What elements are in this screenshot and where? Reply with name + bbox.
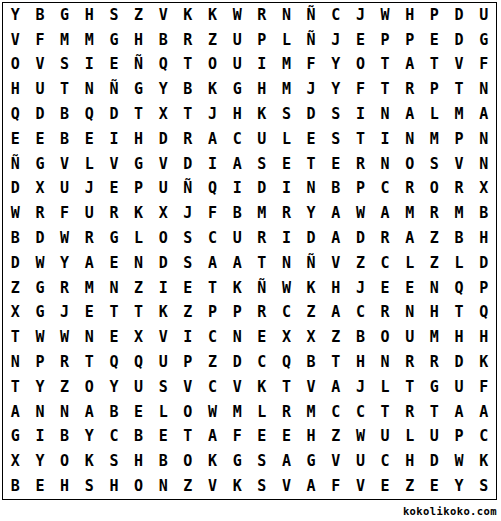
grid-cell[interactable]: H <box>299 425 324 450</box>
grid-cell[interactable]: Z <box>348 251 373 276</box>
grid-cell[interactable]: P <box>126 177 151 202</box>
grid-cell[interactable]: N <box>3 350 28 375</box>
grid-cell[interactable]: U <box>373 425 398 450</box>
grid-cell[interactable]: I <box>249 53 274 78</box>
grid-cell[interactable]: A <box>397 53 422 78</box>
grid-cell[interactable]: E <box>176 276 201 301</box>
grid-cell[interactable]: G <box>102 226 127 251</box>
grid-cell[interactable]: D <box>447 350 472 375</box>
grid-cell[interactable]: U <box>151 350 176 375</box>
grid-cell[interactable]: C <box>373 177 398 202</box>
grid-cell[interactable]: S <box>249 152 274 177</box>
grid-cell[interactable]: D <box>299 226 324 251</box>
grid-cell[interactable]: T <box>348 127 373 152</box>
grid-cell[interactable]: H <box>225 102 250 127</box>
grid-cell[interactable]: K <box>200 77 225 102</box>
grid-cell[interactable]: M <box>397 201 422 226</box>
grid-cell[interactable]: D <box>176 152 201 177</box>
grid-cell[interactable]: H <box>397 449 422 474</box>
grid-cell[interactable]: G <box>126 152 151 177</box>
grid-cell[interactable]: W <box>274 276 299 301</box>
grid-cell[interactable]: H <box>77 3 102 28</box>
grid-cell[interactable]: R <box>102 201 127 226</box>
grid-cell[interactable]: L <box>249 400 274 425</box>
grid-cell[interactable]: U <box>225 53 250 78</box>
grid-cell[interactable]: E <box>299 127 324 152</box>
grid-cell[interactable]: B <box>52 425 77 450</box>
grid-cell[interactable]: E <box>102 177 127 202</box>
grid-cell[interactable]: E <box>102 251 127 276</box>
grid-cell[interactable]: A <box>200 425 225 450</box>
grid-cell[interactable]: Z <box>200 350 225 375</box>
grid-cell[interactable]: I <box>77 53 102 78</box>
grid-cell[interactable]: V <box>28 53 53 78</box>
grid-cell[interactable]: V <box>274 474 299 499</box>
grid-cell[interactable]: O <box>126 474 151 499</box>
grid-cell[interactable]: F <box>471 53 496 78</box>
grid-cell[interactable]: M <box>52 28 77 53</box>
grid-cell[interactable]: N <box>373 350 398 375</box>
grid-cell[interactable]: O <box>176 449 201 474</box>
grid-cell[interactable]: A <box>397 226 422 251</box>
grid-cell[interactable]: V <box>447 53 472 78</box>
grid-cell[interactable]: F <box>28 28 53 53</box>
grid-cell[interactable]: T <box>447 301 472 326</box>
grid-cell[interactable]: B <box>225 201 250 226</box>
grid-cell[interactable]: W <box>52 226 77 251</box>
grid-cell[interactable]: O <box>176 400 201 425</box>
grid-cell[interactable]: F <box>299 53 324 78</box>
grid-cell[interactable]: T <box>422 53 447 78</box>
grid-cell[interactable]: G <box>102 28 127 53</box>
grid-cell[interactable]: D <box>447 3 472 28</box>
grid-cell[interactable]: H <box>397 3 422 28</box>
grid-cell[interactable]: A <box>225 251 250 276</box>
grid-cell[interactable]: Ñ <box>299 3 324 28</box>
grid-cell[interactable]: Q <box>200 177 225 202</box>
grid-cell[interactable]: R <box>52 276 77 301</box>
grid-cell[interactable]: E <box>422 474 447 499</box>
grid-cell[interactable]: E <box>274 425 299 450</box>
grid-cell[interactable]: M <box>422 325 447 350</box>
grid-cell[interactable]: X <box>299 325 324 350</box>
grid-cell[interactable]: P <box>422 77 447 102</box>
grid-cell[interactable]: Q <box>471 301 496 326</box>
grid-cell[interactable]: Z <box>176 301 201 326</box>
grid-cell[interactable]: A <box>299 474 324 499</box>
grid-cell[interactable]: V <box>151 3 176 28</box>
grid-cell[interactable]: T <box>176 102 201 127</box>
grid-cell[interactable]: B <box>447 226 472 251</box>
grid-cell[interactable]: T <box>126 102 151 127</box>
grid-cell[interactable]: S <box>471 474 496 499</box>
grid-cell[interactable]: W <box>200 400 225 425</box>
grid-cell[interactable]: E <box>28 127 53 152</box>
grid-cell[interactable]: Z <box>200 28 225 53</box>
grid-cell[interactable]: J <box>52 301 77 326</box>
grid-cell[interactable]: D <box>447 28 472 53</box>
grid-cell[interactable]: R <box>28 201 53 226</box>
grid-cell[interactable]: H <box>126 127 151 152</box>
grid-cell[interactable]: G <box>471 28 496 53</box>
grid-cell[interactable]: J <box>200 102 225 127</box>
grid-cell[interactable]: R <box>397 177 422 202</box>
grid-cell[interactable]: D <box>348 226 373 251</box>
grid-cell[interactable]: K <box>126 201 151 226</box>
grid-cell[interactable]: P <box>200 301 225 326</box>
grid-cell[interactable]: Ñ <box>126 53 151 78</box>
grid-cell[interactable]: R <box>397 350 422 375</box>
grid-cell[interactable]: Y <box>151 77 176 102</box>
grid-cell[interactable]: A <box>471 102 496 127</box>
grid-cell[interactable]: E <box>77 127 102 152</box>
grid-cell[interactable]: T <box>373 53 398 78</box>
grid-cell[interactable]: Z <box>126 3 151 28</box>
grid-cell[interactable]: E <box>323 152 348 177</box>
grid-cell[interactable]: S <box>249 449 274 474</box>
grid-cell[interactable]: T <box>200 276 225 301</box>
grid-cell[interactable]: A <box>274 449 299 474</box>
grid-cell[interactable]: O <box>422 177 447 202</box>
grid-cell[interactable]: B <box>151 449 176 474</box>
grid-cell[interactable]: I <box>225 177 250 202</box>
grid-cell[interactable]: T <box>249 251 274 276</box>
grid-cell[interactable]: J <box>348 375 373 400</box>
grid-cell[interactable]: M <box>422 127 447 152</box>
grid-cell[interactable]: C <box>102 425 127 450</box>
grid-cell[interactable]: H <box>3 77 28 102</box>
grid-cell[interactable]: O <box>52 449 77 474</box>
grid-cell[interactable]: M <box>77 276 102 301</box>
grid-cell[interactable]: U <box>471 3 496 28</box>
grid-cell[interactable]: Ñ <box>3 152 28 177</box>
grid-cell[interactable]: S <box>102 3 127 28</box>
grid-cell[interactable]: U <box>225 28 250 53</box>
grid-cell[interactable]: P <box>225 301 250 326</box>
grid-cell[interactable]: M <box>274 53 299 78</box>
grid-cell[interactable]: R <box>249 301 274 326</box>
grid-cell[interactable]: V <box>299 375 324 400</box>
grid-cell[interactable]: R <box>397 77 422 102</box>
grid-cell[interactable]: A <box>200 251 225 276</box>
grid-cell[interactable]: D <box>249 177 274 202</box>
grid-cell[interactable]: Y <box>28 449 53 474</box>
grid-cell[interactable]: H <box>471 226 496 251</box>
grid-cell[interactable]: P <box>471 276 496 301</box>
grid-cell[interactable]: R <box>274 201 299 226</box>
grid-cell[interactable]: Ñ <box>299 28 324 53</box>
grid-cell[interactable]: S <box>176 251 201 276</box>
grid-cell[interactable]: M <box>77 28 102 53</box>
grid-cell[interactable]: Ñ <box>249 276 274 301</box>
grid-cell[interactable]: L <box>274 127 299 152</box>
grid-cell[interactable]: N <box>28 400 53 425</box>
grid-cell[interactable]: P <box>397 28 422 53</box>
grid-cell[interactable]: H <box>471 325 496 350</box>
grid-cell[interactable]: N <box>373 152 398 177</box>
grid-cell[interactable]: K <box>151 301 176 326</box>
grid-cell[interactable]: N <box>471 77 496 102</box>
grid-cell[interactable]: T <box>422 400 447 425</box>
grid-cell[interactable]: L <box>77 152 102 177</box>
grid-cell[interactable]: C <box>348 400 373 425</box>
grid-cell[interactable]: W <box>28 251 53 276</box>
grid-cell[interactable]: S <box>52 53 77 78</box>
grid-cell[interactable]: S <box>422 152 447 177</box>
grid-cell[interactable]: Ñ <box>102 77 127 102</box>
grid-cell[interactable]: P <box>176 350 201 375</box>
grid-cell[interactable]: R <box>422 350 447 375</box>
grid-cell[interactable]: K <box>200 449 225 474</box>
grid-cell[interactable]: I <box>28 425 53 450</box>
grid-cell[interactable]: C <box>323 3 348 28</box>
grid-cell[interactable]: G <box>52 3 77 28</box>
grid-cell[interactable]: R <box>52 350 77 375</box>
grid-cell[interactable]: P <box>373 28 398 53</box>
grid-cell[interactable]: W <box>348 201 373 226</box>
grid-cell[interactable]: R <box>422 201 447 226</box>
grid-cell[interactable]: D <box>28 226 53 251</box>
grid-cell[interactable]: R <box>348 152 373 177</box>
grid-cell[interactable]: T <box>77 350 102 375</box>
grid-cell[interactable]: M <box>447 201 472 226</box>
grid-cell[interactable]: N <box>471 152 496 177</box>
grid-cell[interactable]: G <box>126 77 151 102</box>
grid-cell[interactable]: Z <box>3 276 28 301</box>
grid-cell[interactable]: J <box>299 77 324 102</box>
grid-cell[interactable]: C <box>274 301 299 326</box>
grid-cell[interactable]: V <box>323 251 348 276</box>
grid-cell[interactable]: T <box>447 77 472 102</box>
grid-cell[interactable]: T <box>176 53 201 78</box>
grid-cell[interactable]: L <box>447 251 472 276</box>
grid-cell[interactable]: C <box>200 375 225 400</box>
grid-cell[interactable]: G <box>28 301 53 326</box>
grid-cell[interactable]: C <box>249 350 274 375</box>
grid-cell[interactable]: V <box>3 28 28 53</box>
grid-cell[interactable]: R <box>176 28 201 53</box>
grid-cell[interactable]: B <box>3 474 28 499</box>
grid-cell[interactable]: H <box>422 301 447 326</box>
grid-cell[interactable]: I <box>274 177 299 202</box>
grid-cell[interactable]: E <box>274 152 299 177</box>
grid-cell[interactable]: S <box>323 127 348 152</box>
grid-cell[interactable]: V <box>151 152 176 177</box>
grid-cell[interactable]: M <box>274 77 299 102</box>
grid-cell[interactable]: U <box>348 449 373 474</box>
grid-cell[interactable]: A <box>373 201 398 226</box>
grid-cell[interactable]: Y <box>28 375 53 400</box>
grid-cell[interactable]: U <box>52 177 77 202</box>
grid-cell[interactable]: X <box>3 449 28 474</box>
grid-cell[interactable]: Q <box>126 350 151 375</box>
grid-cell[interactable]: K <box>471 350 496 375</box>
grid-cell[interactable]: L <box>422 102 447 127</box>
grid-cell[interactable]: P <box>447 127 472 152</box>
grid-cell[interactable]: L <box>126 226 151 251</box>
grid-cell[interactable]: J <box>323 28 348 53</box>
grid-cell[interactable]: F <box>471 375 496 400</box>
grid-cell[interactable]: V <box>102 152 127 177</box>
grid-cell[interactable]: D <box>3 251 28 276</box>
grid-cell[interactable]: B <box>151 28 176 53</box>
grid-cell[interactable]: R <box>447 177 472 202</box>
grid-cell[interactable]: R <box>373 226 398 251</box>
grid-cell[interactable]: E <box>3 127 28 152</box>
grid-cell[interactable]: D <box>471 251 496 276</box>
grid-cell[interactable]: V <box>176 375 201 400</box>
grid-cell[interactable]: J <box>176 201 201 226</box>
grid-cell[interactable]: L <box>397 425 422 450</box>
grid-cell[interactable]: N <box>299 177 324 202</box>
grid-cell[interactable]: L <box>397 251 422 276</box>
grid-cell[interactable]: V <box>200 474 225 499</box>
grid-cell[interactable]: G <box>3 425 28 450</box>
grid-cell[interactable]: Z <box>299 301 324 326</box>
grid-cell[interactable]: S <box>176 226 201 251</box>
grid-cell[interactable]: A <box>200 127 225 152</box>
grid-cell[interactable]: J <box>77 177 102 202</box>
grid-cell[interactable]: H <box>102 474 127 499</box>
grid-cell[interactable]: S <box>249 474 274 499</box>
grid-cell[interactable]: Z <box>52 375 77 400</box>
grid-cell[interactable]: V <box>348 474 373 499</box>
grid-cell[interactable]: T <box>274 375 299 400</box>
grid-cell[interactable]: U <box>225 226 250 251</box>
grid-cell[interactable]: S <box>323 102 348 127</box>
grid-cell[interactable]: R <box>176 127 201 152</box>
grid-cell[interactable]: F <box>323 474 348 499</box>
grid-cell[interactable]: U <box>151 177 176 202</box>
grid-cell[interactable]: D <box>225 350 250 375</box>
grid-cell[interactable]: Z <box>323 425 348 450</box>
grid-cell[interactable]: B <box>471 201 496 226</box>
grid-cell[interactable]: I <box>151 276 176 301</box>
grid-cell[interactable]: K <box>77 449 102 474</box>
grid-cell[interactable]: J <box>348 3 373 28</box>
grid-cell[interactable]: T <box>323 350 348 375</box>
grid-cell[interactable]: T <box>126 301 151 326</box>
grid-cell[interactable]: Y <box>102 375 127 400</box>
grid-cell[interactable]: M <box>299 400 324 425</box>
grid-cell[interactable]: S <box>77 474 102 499</box>
grid-cell[interactable]: Y <box>447 474 472 499</box>
grid-cell[interactable]: R <box>249 3 274 28</box>
grid-cell[interactable]: N <box>274 3 299 28</box>
grid-cell[interactable]: N <box>422 276 447 301</box>
grid-cell[interactable]: B <box>28 3 53 28</box>
grid-cell[interactable]: S <box>102 449 127 474</box>
grid-cell[interactable]: E <box>348 28 373 53</box>
grid-cell[interactable]: X <box>126 325 151 350</box>
grid-cell[interactable]: C <box>471 425 496 450</box>
grid-cell[interactable]: F <box>225 425 250 450</box>
grid-cell[interactable]: I <box>200 152 225 177</box>
grid-cell[interactable]: C <box>373 449 398 474</box>
grid-cell[interactable]: O <box>3 53 28 78</box>
grid-cell[interactable]: I <box>274 226 299 251</box>
grid-cell[interactable]: Y <box>323 77 348 102</box>
grid-cell[interactable]: A <box>323 226 348 251</box>
grid-cell[interactable]: B <box>176 77 201 102</box>
grid-cell[interactable]: H <box>323 276 348 301</box>
grid-cell[interactable]: G <box>28 276 53 301</box>
grid-cell[interactable]: D <box>422 449 447 474</box>
grid-cell[interactable]: D <box>151 127 176 152</box>
grid-cell[interactable]: B <box>102 400 127 425</box>
grid-cell[interactable]: V <box>323 449 348 474</box>
grid-cell[interactable]: Ñ <box>299 251 324 276</box>
grid-cell[interactable]: Q <box>151 53 176 78</box>
grid-cell[interactable]: X <box>3 301 28 326</box>
grid-cell[interactable]: C <box>225 127 250 152</box>
grid-cell[interactable]: D <box>28 102 53 127</box>
grid-cell[interactable]: Q <box>3 102 28 127</box>
grid-cell[interactable]: E <box>397 276 422 301</box>
grid-cell[interactable]: X <box>28 177 53 202</box>
grid-cell[interactable]: U <box>447 375 472 400</box>
grid-cell[interactable]: R <box>77 226 102 251</box>
grid-cell[interactable]: X <box>471 177 496 202</box>
grid-cell[interactable]: Y <box>323 53 348 78</box>
grid-cell[interactable]: H <box>126 28 151 53</box>
grid-cell[interactable]: P <box>447 425 472 450</box>
grid-cell[interactable]: U <box>77 201 102 226</box>
grid-cell[interactable]: M <box>249 201 274 226</box>
grid-cell[interactable]: R <box>274 400 299 425</box>
grid-cell[interactable]: Q <box>274 350 299 375</box>
grid-cell[interactable]: M <box>225 400 250 425</box>
grid-cell[interactable]: T <box>3 325 28 350</box>
grid-cell[interactable]: Q <box>102 350 127 375</box>
grid-cell[interactable]: L <box>274 28 299 53</box>
grid-cell[interactable]: W <box>28 325 53 350</box>
grid-cell[interactable]: W <box>52 325 77 350</box>
grid-cell[interactable]: C <box>373 251 398 276</box>
grid-cell[interactable]: W <box>373 3 398 28</box>
grid-cell[interactable]: B <box>348 325 373 350</box>
grid-cell[interactable]: I <box>176 325 201 350</box>
grid-cell[interactable]: B <box>52 127 77 152</box>
grid-cell[interactable]: U <box>422 425 447 450</box>
grid-cell[interactable]: I <box>348 102 373 127</box>
grid-cell[interactable]: E <box>77 301 102 326</box>
grid-cell[interactable]: O <box>151 226 176 251</box>
grid-cell[interactable]: A <box>3 400 28 425</box>
grid-cell[interactable]: G <box>225 449 250 474</box>
grid-cell[interactable]: K <box>200 3 225 28</box>
grid-cell[interactable]: N <box>373 102 398 127</box>
grid-cell[interactable]: K <box>225 474 250 499</box>
grid-cell[interactable]: N <box>77 77 102 102</box>
grid-cell[interactable]: X <box>151 102 176 127</box>
grid-cell[interactable]: F <box>348 77 373 102</box>
grid-cell[interactable]: P <box>422 3 447 28</box>
grid-cell[interactable]: A <box>397 102 422 127</box>
grid-cell[interactable]: O <box>373 325 398 350</box>
grid-cell[interactable]: G <box>422 375 447 400</box>
grid-cell[interactable]: A <box>447 400 472 425</box>
grid-cell[interactable]: B <box>299 350 324 375</box>
grid-cell[interactable]: T <box>102 301 127 326</box>
grid-cell[interactable]: K <box>471 449 496 474</box>
grid-cell[interactable]: Y <box>299 201 324 226</box>
grid-cell[interactable]: V <box>447 152 472 177</box>
grid-cell[interactable]: N <box>102 276 127 301</box>
grid-cell[interactable]: P <box>249 28 274 53</box>
grid-cell[interactable]: R <box>373 301 398 326</box>
grid-cell[interactable]: D <box>299 102 324 127</box>
